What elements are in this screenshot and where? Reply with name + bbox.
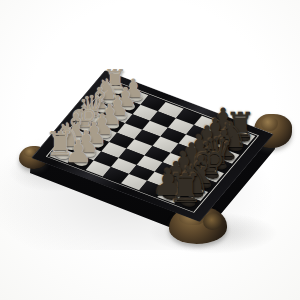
chess-board: ♜♟♟♜♞♟♟♞♝♟♟♝♛♟♟♛♚♟♟♚♝♟♟♝♞♟♟♞♜♟♟♜ [31,70,274,222]
black-piece-base [178,196,198,208]
product-photo: ♜♟♟♜♞♟♟♞♝♟♟♝♛♟♟♛♚♟♟♚♝♟♟♝♞♟♟♞♜♟♟♜ [0,0,300,300]
